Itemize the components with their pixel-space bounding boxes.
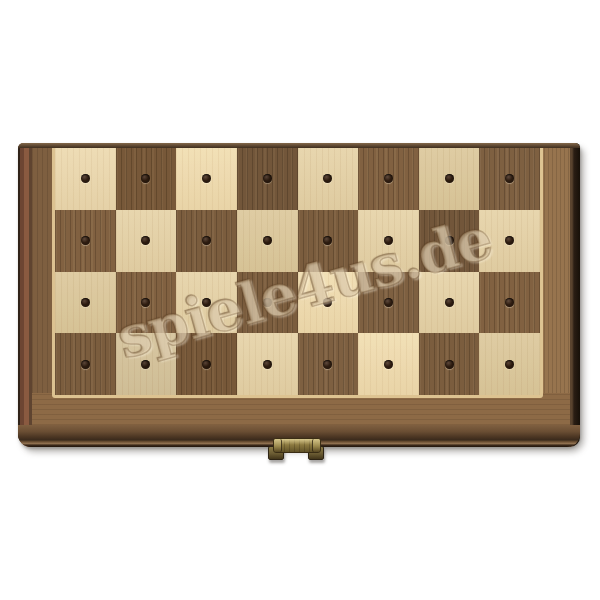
board-square [419,210,480,272]
peg-hole [141,174,150,183]
board-square [358,210,419,272]
board-square [237,148,298,210]
board-square [176,210,237,272]
peg-hole [323,174,332,183]
board-square [479,333,540,395]
board-square [237,272,298,334]
peg-hole [505,360,514,369]
peg-hole [263,236,272,245]
brass-clasp [268,437,324,459]
peg-hole [445,360,454,369]
board-square [176,272,237,334]
board-square [116,272,177,334]
board-square [55,148,116,210]
peg-hole [323,236,332,245]
board-square [358,272,419,334]
peg-hole [141,298,150,307]
board-square [479,210,540,272]
board-square [237,333,298,395]
product-photo: spiele4us.de [0,0,600,600]
peg-hole [384,236,393,245]
peg-hole [202,298,211,307]
board-square [479,148,540,210]
peg-hole [505,298,514,307]
board-square [55,210,116,272]
peg-hole [141,360,150,369]
board-square [116,210,177,272]
board-square [176,148,237,210]
board-square [237,210,298,272]
peg-hole [445,174,454,183]
chessboard-grid [55,148,540,395]
peg-hole [384,174,393,183]
peg-hole [81,298,90,307]
peg-hole [81,236,90,245]
peg-hole [505,174,514,183]
box-side-edge-left [18,143,32,447]
peg-hole [141,236,150,245]
chess-box [18,143,580,447]
board-square [419,272,480,334]
peg-hole [323,298,332,307]
peg-hole [505,236,514,245]
peg-hole [263,174,272,183]
peg-hole [323,360,332,369]
board-square [298,333,359,395]
board-square [298,148,359,210]
peg-hole [81,174,90,183]
peg-hole [384,298,393,307]
peg-hole [202,174,211,183]
box-side-edge-right [570,143,580,447]
board-square [116,333,177,395]
board-square [419,333,480,395]
board-square [176,333,237,395]
peg-hole [202,236,211,245]
board-square [298,210,359,272]
clasp-barrel [273,438,321,453]
board-square [55,333,116,395]
board-inlay-border [52,148,543,398]
peg-hole [384,360,393,369]
peg-hole [202,360,211,369]
board-square [55,272,116,334]
board-square [116,148,177,210]
peg-hole [445,236,454,245]
board-square [479,272,540,334]
frame-right [540,147,570,427]
peg-hole [445,298,454,307]
board-square [419,148,480,210]
peg-hole [263,298,272,307]
board-square [298,272,359,334]
board-square [358,333,419,395]
peg-hole [263,360,272,369]
peg-hole [81,360,90,369]
board-square [358,148,419,210]
